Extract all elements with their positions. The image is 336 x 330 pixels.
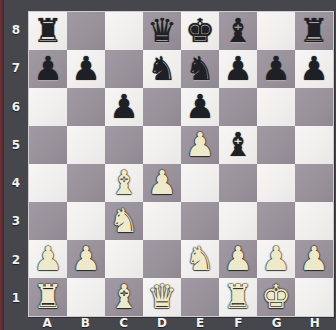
black-king[interactable]: ♚: [181, 12, 219, 50]
square-h8[interactable]: ♜: [295, 12, 333, 50]
square-c8[interactable]: [105, 12, 143, 50]
square-g2[interactable]: ♟: [257, 240, 295, 278]
square-d7[interactable]: ♞: [143, 50, 181, 88]
black-pawn[interactable]: ♟: [295, 50, 333, 88]
square-c5[interactable]: [105, 126, 143, 164]
square-d3[interactable]: [143, 202, 181, 240]
white-bishop[interactable]: ♝: [105, 164, 143, 202]
square-b1[interactable]: [67, 278, 105, 316]
black-bishop[interactable]: ♝: [219, 12, 257, 50]
file-label-g: G: [258, 316, 296, 330]
square-h7[interactable]: ♟: [295, 50, 333, 88]
square-g6[interactable]: [257, 88, 295, 126]
square-f2[interactable]: ♟: [219, 240, 257, 278]
square-g7[interactable]: ♟: [257, 50, 295, 88]
square-c3[interactable]: ♞: [105, 202, 143, 240]
square-b2[interactable]: ♟: [67, 240, 105, 278]
square-d2[interactable]: [143, 240, 181, 278]
black-bishop[interactable]: ♝: [219, 126, 257, 164]
white-pawn[interactable]: ♟: [29, 240, 67, 278]
file-label-e: E: [181, 316, 219, 330]
white-pawn[interactable]: ♟: [295, 240, 333, 278]
square-e5[interactable]: ♟: [181, 126, 219, 164]
white-pawn[interactable]: ♟: [219, 240, 257, 278]
square-h5[interactable]: [295, 126, 333, 164]
square-f7[interactable]: ♟: [219, 50, 257, 88]
rank-label-6: 6: [4, 88, 28, 126]
square-e3[interactable]: [181, 202, 219, 240]
rank-label-1: 1: [4, 279, 28, 317]
black-pawn[interactable]: ♟: [29, 50, 67, 88]
file-label-d: D: [143, 316, 181, 330]
square-c2[interactable]: [105, 240, 143, 278]
rank-labels: 87654321: [4, 11, 28, 317]
square-d5[interactable]: [143, 126, 181, 164]
black-pawn[interactable]: ♟: [219, 50, 257, 88]
square-b6[interactable]: [67, 88, 105, 126]
square-e4[interactable]: [181, 164, 219, 202]
file-label-f: F: [219, 316, 257, 330]
white-rook[interactable]: ♜: [29, 278, 67, 316]
square-g5[interactable]: [257, 126, 295, 164]
square-d4[interactable]: ♟: [143, 164, 181, 202]
rank-label-2: 2: [4, 241, 28, 279]
square-a2[interactable]: ♟: [29, 240, 67, 278]
square-f5[interactable]: ♝: [219, 126, 257, 164]
square-h3[interactable]: [295, 202, 333, 240]
white-pawn[interactable]: ♟: [143, 164, 181, 202]
square-g4[interactable]: [257, 164, 295, 202]
white-pawn[interactable]: ♟: [257, 240, 295, 278]
square-f6[interactable]: [219, 88, 257, 126]
black-rook[interactable]: ♜: [295, 12, 333, 50]
square-e7[interactable]: ♞: [181, 50, 219, 88]
square-a6[interactable]: [29, 88, 67, 126]
square-h6[interactable]: [295, 88, 333, 126]
square-e8[interactable]: ♚: [181, 12, 219, 50]
square-c6[interactable]: ♟: [105, 88, 143, 126]
white-pawn[interactable]: ♟: [181, 126, 219, 164]
file-labels: ABCDEFGH: [28, 316, 334, 330]
square-d6[interactable]: [143, 88, 181, 126]
white-rook[interactable]: ♜: [219, 278, 257, 316]
square-e2[interactable]: ♞: [181, 240, 219, 278]
black-pawn[interactable]: ♟: [67, 50, 105, 88]
square-a5[interactable]: [29, 126, 67, 164]
white-bishop[interactable]: ♝: [105, 278, 143, 316]
chess-board: ♜♛♚♝♜♟♟♞♞♟♟♟♟♟♟♝♝♟♞♟♟♞♟♟♟♜♝♛♜♚: [28, 11, 334, 317]
rank-label-5: 5: [4, 126, 28, 164]
black-pawn[interactable]: ♟: [105, 88, 143, 126]
white-knight[interactable]: ♞: [105, 202, 143, 240]
square-a8[interactable]: ♜: [29, 12, 67, 50]
square-h1[interactable]: [295, 278, 333, 316]
square-a7[interactable]: ♟: [29, 50, 67, 88]
square-d8[interactable]: ♛: [143, 12, 181, 50]
black-knight[interactable]: ♞: [181, 50, 219, 88]
square-f8[interactable]: ♝: [219, 12, 257, 50]
square-g8[interactable]: [257, 12, 295, 50]
square-e6[interactable]: ♟: [181, 88, 219, 126]
square-a4[interactable]: [29, 164, 67, 202]
square-b8[interactable]: [67, 12, 105, 50]
square-e1[interactable]: [181, 278, 219, 316]
black-rook[interactable]: ♜: [29, 12, 67, 50]
rank-label-3: 3: [4, 202, 28, 240]
chess-board-window: 87654321 ♜♛♚♝♜♟♟♞♞♟♟♟♟♟♟♝♝♟♞♟♟♞♟♟♟♜♝♛♜♚ …: [0, 0, 336, 330]
black-pawn[interactable]: ♟: [257, 50, 295, 88]
square-a1[interactable]: ♜: [29, 278, 67, 316]
square-f1[interactable]: ♜: [219, 278, 257, 316]
black-pawn[interactable]: ♟: [181, 88, 219, 126]
square-h4[interactable]: [295, 164, 333, 202]
rank-label-4: 4: [4, 164, 28, 202]
square-b4[interactable]: [67, 164, 105, 202]
square-f3[interactable]: [219, 202, 257, 240]
rank-label-7: 7: [4, 49, 28, 87]
square-b7[interactable]: ♟: [67, 50, 105, 88]
file-label-c: C: [105, 316, 143, 330]
white-king[interactable]: ♚: [257, 278, 295, 316]
file-label-b: B: [66, 316, 104, 330]
square-c1[interactable]: ♝: [105, 278, 143, 316]
white-pawn[interactable]: ♟: [67, 240, 105, 278]
rank-label-8: 8: [4, 11, 28, 49]
square-c4[interactable]: ♝: [105, 164, 143, 202]
square-d1[interactable]: ♛: [143, 278, 181, 316]
square-b5[interactable]: [67, 126, 105, 164]
white-queen[interactable]: ♛: [143, 278, 181, 316]
square-h2[interactable]: ♟: [295, 240, 333, 278]
square-c7[interactable]: [105, 50, 143, 88]
black-knight[interactable]: ♞: [143, 50, 181, 88]
file-label-a: A: [28, 316, 66, 330]
black-queen[interactable]: ♛: [143, 12, 181, 50]
square-b3[interactable]: [67, 202, 105, 240]
square-g1[interactable]: ♚: [257, 278, 295, 316]
square-g3[interactable]: [257, 202, 295, 240]
white-knight[interactable]: ♞: [181, 240, 219, 278]
square-f4[interactable]: [219, 164, 257, 202]
file-label-h: H: [296, 316, 334, 330]
square-a3[interactable]: [29, 202, 67, 240]
